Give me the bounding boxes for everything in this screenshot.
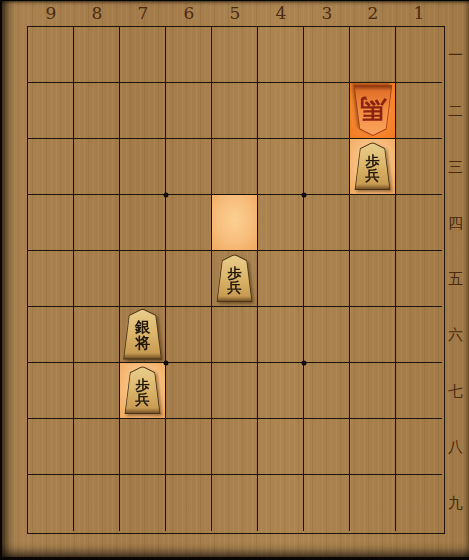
rank-label-3: 三 <box>442 139 469 195</box>
square-5-4[interactable] <box>212 195 258 251</box>
square-5-1[interactable] <box>212 27 258 83</box>
rank-label-7: 七 <box>442 363 469 419</box>
file-label-9: 9 <box>28 0 74 26</box>
square-9-8[interactable] <box>28 419 74 475</box>
square-3-5[interactable] <box>304 251 350 307</box>
square-8-5[interactable] <box>74 251 120 307</box>
square-3-7[interactable] <box>304 363 350 419</box>
square-8-7[interactable] <box>74 363 120 419</box>
file-label-4: 4 <box>258 0 304 26</box>
square-1-6[interactable] <box>396 307 442 363</box>
piece-promoted-bishop-uma-2-2[interactable]: 馬 <box>352 84 393 135</box>
square-1-3[interactable] <box>396 139 442 195</box>
square-9-3[interactable] <box>28 139 74 195</box>
square-9-6[interactable] <box>28 307 74 363</box>
square-8-1[interactable] <box>74 27 120 83</box>
piece-kanji: 歩兵 <box>136 377 150 406</box>
file-label-6: 6 <box>166 0 212 26</box>
square-5-2[interactable] <box>212 83 258 139</box>
square-1-7[interactable] <box>396 363 442 419</box>
square-5-6[interactable] <box>212 307 258 363</box>
file-label-7: 7 <box>120 0 166 26</box>
square-9-9[interactable] <box>28 475 74 531</box>
piece-pawn-fuhyo-5-5[interactable]: 歩兵 <box>216 254 254 302</box>
square-2-8[interactable] <box>350 419 396 475</box>
square-2-7[interactable] <box>350 363 396 419</box>
square-7-5[interactable] <box>120 251 166 307</box>
rank-label-9: 九 <box>442 475 469 531</box>
square-3-9[interactable] <box>304 475 350 531</box>
square-1-1[interactable] <box>396 27 442 83</box>
square-8-3[interactable] <box>74 139 120 195</box>
square-3-2[interactable] <box>304 83 350 139</box>
square-3-8[interactable] <box>304 419 350 475</box>
square-1-4[interactable] <box>396 195 442 251</box>
square-1-8[interactable] <box>396 419 442 475</box>
square-4-7[interactable] <box>258 363 304 419</box>
rank-label-4: 四 <box>442 195 469 251</box>
square-4-1[interactable] <box>258 27 304 83</box>
square-9-7[interactable] <box>28 363 74 419</box>
square-5-3[interactable] <box>212 139 258 195</box>
file-label-3: 3 <box>304 0 350 26</box>
file-label-2: 2 <box>350 0 396 26</box>
piece-pawn-fuhyo-2-3[interactable]: 歩兵 <box>354 142 392 190</box>
shogi-board: 馬歩兵歩兵銀将歩兵 <box>27 26 445 534</box>
square-7-6[interactable]: 銀将 <box>120 307 166 363</box>
square-6-9[interactable] <box>166 475 212 531</box>
square-6-5[interactable] <box>166 251 212 307</box>
file-label-8: 8 <box>74 0 120 26</box>
square-2-5[interactable] <box>350 251 396 307</box>
file-coordinates: 987654321 <box>28 0 442 26</box>
square-8-6[interactable] <box>74 307 120 363</box>
square-7-2[interactable] <box>120 83 166 139</box>
square-1-9[interactable] <box>396 475 442 531</box>
square-8-9[interactable] <box>74 475 120 531</box>
board-grid: 馬歩兵歩兵銀将歩兵 <box>28 27 444 531</box>
square-9-5[interactable] <box>28 251 74 307</box>
shogi-app-window: 987654321 一二三四五六七八九 馬歩兵歩兵銀将歩兵 <box>0 0 469 560</box>
square-6-1[interactable] <box>166 27 212 83</box>
square-6-7[interactable] <box>166 363 212 419</box>
square-2-1[interactable] <box>350 27 396 83</box>
square-3-1[interactable] <box>304 27 350 83</box>
square-1-5[interactable] <box>396 251 442 307</box>
square-7-7[interactable]: 歩兵 <box>120 363 166 419</box>
piece-kanji: 歩兵 <box>228 265 242 294</box>
square-1-2[interactable] <box>396 83 442 139</box>
square-6-4[interactable] <box>166 195 212 251</box>
file-label-1: 1 <box>396 0 442 26</box>
square-9-4[interactable] <box>28 195 74 251</box>
square-5-7[interactable] <box>212 363 258 419</box>
square-9-2[interactable] <box>28 83 74 139</box>
square-4-2[interactable] <box>258 83 304 139</box>
square-8-8[interactable] <box>74 419 120 475</box>
square-7-9[interactable] <box>120 475 166 531</box>
piece-kanji: 馬 <box>360 95 386 121</box>
rank-label-5: 五 <box>442 251 469 307</box>
square-7-8[interactable] <box>120 419 166 475</box>
square-8-2[interactable] <box>74 83 120 139</box>
square-3-6[interactable] <box>304 307 350 363</box>
square-2-2[interactable]: 馬 <box>350 83 396 139</box>
piece-pawn-fuhyo-7-7[interactable]: 歩兵 <box>124 366 162 414</box>
file-label-5: 5 <box>212 0 258 26</box>
square-8-4[interactable] <box>74 195 120 251</box>
square-4-3[interactable] <box>258 139 304 195</box>
square-7-3[interactable] <box>120 139 166 195</box>
square-6-6[interactable] <box>166 307 212 363</box>
square-5-8[interactable] <box>212 419 258 475</box>
square-6-2[interactable] <box>166 83 212 139</box>
piece-silver-ginsho-7-6[interactable]: 銀将 <box>122 308 163 359</box>
piece-kanji: 銀将 <box>135 320 150 351</box>
square-3-3[interactable] <box>304 139 350 195</box>
square-2-4[interactable] <box>350 195 396 251</box>
square-3-4[interactable] <box>304 195 350 251</box>
square-6-3[interactable] <box>166 139 212 195</box>
square-4-6[interactable] <box>258 307 304 363</box>
square-4-9[interactable] <box>258 475 304 531</box>
square-6-8[interactable] <box>166 419 212 475</box>
square-4-8[interactable] <box>258 419 304 475</box>
square-9-1[interactable] <box>28 27 74 83</box>
rank-label-1: 一 <box>442 27 469 83</box>
square-4-4[interactable] <box>258 195 304 251</box>
square-7-4[interactable] <box>120 195 166 251</box>
piece-kanji: 歩兵 <box>366 153 380 182</box>
rank-label-6: 六 <box>442 307 469 363</box>
square-2-6[interactable] <box>350 307 396 363</box>
square-2-9[interactable] <box>350 475 396 531</box>
square-5-9[interactable] <box>212 475 258 531</box>
rank-label-2: 二 <box>442 83 469 139</box>
square-7-1[interactable] <box>120 27 166 83</box>
rank-label-8: 八 <box>442 419 469 475</box>
square-4-5[interactable] <box>258 251 304 307</box>
rank-coordinates: 一二三四五六七八九 <box>442 27 469 531</box>
square-2-3[interactable]: 歩兵 <box>350 139 396 195</box>
square-5-5[interactable]: 歩兵 <box>212 251 258 307</box>
